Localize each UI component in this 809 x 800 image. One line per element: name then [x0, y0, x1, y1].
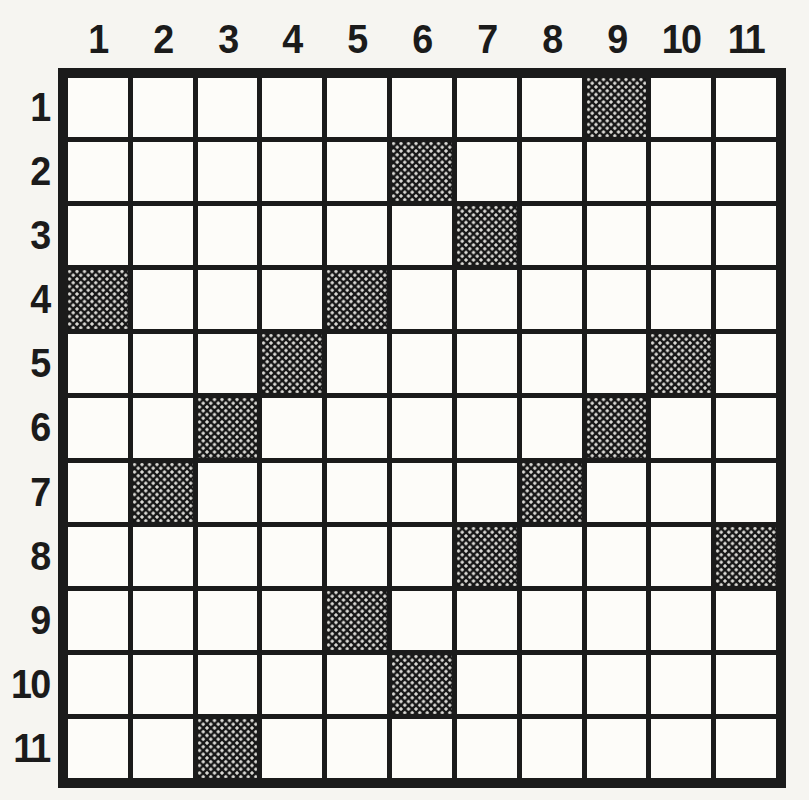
cell-7-3[interactable] [198, 463, 258, 522]
cell-11-6[interactable] [392, 719, 452, 778]
cell-6-9-blocked [587, 398, 647, 457]
cell-3-1[interactable] [68, 206, 128, 265]
cell-11-10[interactable] [651, 719, 711, 778]
row-label-6: 6 [4, 398, 54, 457]
row-label-1: 1 [4, 78, 54, 137]
col-label-1: 1 [70, 0, 125, 64]
board [58, 68, 786, 788]
row-label-11: 11 [4, 719, 54, 778]
cell-1-4[interactable] [262, 78, 322, 137]
cell-2-4[interactable] [262, 142, 322, 201]
cell-2-2[interactable] [133, 142, 193, 201]
cell-4-2[interactable] [133, 270, 193, 329]
cell-2-6-blocked [392, 142, 452, 201]
cell-3-10[interactable] [651, 206, 711, 265]
cell-9-11[interactable] [716, 591, 776, 650]
cell-7-1[interactable] [68, 463, 128, 522]
row-label-8: 8 [4, 527, 54, 586]
cell-4-8[interactable] [522, 270, 582, 329]
cell-9-4[interactable] [262, 591, 322, 650]
column-labels: 1234567891011 [58, 0, 786, 64]
cell-8-9[interactable] [587, 527, 647, 586]
col-label-3: 3 [200, 0, 255, 64]
cell-2-10[interactable] [651, 142, 711, 201]
cell-7-5[interactable] [327, 463, 387, 522]
crossword-grid-diagram: 1234567891011 1234567891011 [0, 0, 809, 800]
cell-1-10[interactable] [651, 78, 711, 137]
cell-1-11[interactable] [716, 78, 776, 137]
row-label-9: 9 [4, 591, 54, 650]
cell-4-5-blocked [327, 270, 387, 329]
cell-9-6[interactable] [392, 591, 452, 650]
cell-8-6[interactable] [392, 527, 452, 586]
cell-9-7[interactable] [457, 591, 517, 650]
row-labels: 1234567891011 [0, 68, 54, 788]
cell-6-4[interactable] [262, 398, 322, 457]
cell-4-11[interactable] [716, 270, 776, 329]
cell-5-11[interactable] [716, 334, 776, 393]
col-label-7: 7 [459, 0, 514, 64]
cell-4-9[interactable] [587, 270, 647, 329]
cell-10-7[interactable] [457, 655, 517, 714]
cell-1-3[interactable] [198, 78, 258, 137]
cell-3-8[interactable] [522, 206, 582, 265]
cell-1-1[interactable] [68, 78, 128, 137]
cell-3-6[interactable] [392, 206, 452, 265]
cell-5-10-blocked [651, 334, 711, 393]
cell-10-8[interactable] [522, 655, 582, 714]
cell-10-5[interactable] [327, 655, 387, 714]
cell-5-8[interactable] [522, 334, 582, 393]
cell-1-7[interactable] [457, 78, 517, 137]
cell-5-3[interactable] [198, 334, 258, 393]
cell-2-8[interactable] [522, 142, 582, 201]
cell-8-8[interactable] [522, 527, 582, 586]
cell-1-8[interactable] [522, 78, 582, 137]
cell-3-11[interactable] [716, 206, 776, 265]
cell-1-6[interactable] [392, 78, 452, 137]
col-label-11: 11 [719, 0, 774, 64]
col-label-5: 5 [330, 0, 385, 64]
cell-8-5[interactable] [327, 527, 387, 586]
col-label-9: 9 [589, 0, 644, 64]
cell-9-10[interactable] [651, 591, 711, 650]
cell-5-1[interactable] [68, 334, 128, 393]
cell-8-1[interactable] [68, 527, 128, 586]
cell-8-3[interactable] [198, 527, 258, 586]
row-label-7: 7 [4, 463, 54, 522]
cell-4-3[interactable] [198, 270, 258, 329]
col-label-10: 10 [654, 0, 709, 64]
cell-8-10[interactable] [651, 527, 711, 586]
cell-11-3-blocked [198, 719, 258, 778]
cell-11-7[interactable] [457, 719, 517, 778]
cell-11-4[interactable] [262, 719, 322, 778]
cell-11-9[interactable] [587, 719, 647, 778]
cell-7-4[interactable] [262, 463, 322, 522]
col-label-8: 8 [524, 0, 579, 64]
cell-10-10[interactable] [651, 655, 711, 714]
cell-7-10[interactable] [651, 463, 711, 522]
col-label-4: 4 [265, 0, 320, 64]
cell-10-9[interactable] [587, 655, 647, 714]
cell-5-7[interactable] [457, 334, 517, 393]
cell-6-1[interactable] [68, 398, 128, 457]
cell-3-9[interactable] [587, 206, 647, 265]
col-label-6: 6 [394, 0, 449, 64]
cell-10-11[interactable] [716, 655, 776, 714]
cell-7-6[interactable] [392, 463, 452, 522]
cell-11-11[interactable] [716, 719, 776, 778]
cell-5-2[interactable] [133, 334, 193, 393]
cell-2-3[interactable] [198, 142, 258, 201]
cell-5-5[interactable] [327, 334, 387, 393]
cell-4-6[interactable] [392, 270, 452, 329]
cell-6-7[interactable] [457, 398, 517, 457]
cell-9-3[interactable] [198, 591, 258, 650]
cell-8-11-blocked [716, 527, 776, 586]
row-label-3: 3 [4, 206, 54, 265]
cell-3-2[interactable] [133, 206, 193, 265]
row-label-2: 2 [4, 142, 54, 201]
cell-11-5[interactable] [327, 719, 387, 778]
row-label-5: 5 [4, 334, 54, 393]
cell-8-2[interactable] [133, 527, 193, 586]
cell-9-9[interactable] [587, 591, 647, 650]
cell-4-1-blocked [68, 270, 128, 329]
row-label-4: 4 [4, 270, 54, 329]
cell-2-1[interactable] [68, 142, 128, 201]
cell-10-4[interactable] [262, 655, 322, 714]
cell-3-4[interactable] [262, 206, 322, 265]
cell-3-3[interactable] [198, 206, 258, 265]
cell-7-2-blocked [133, 463, 193, 522]
cell-9-2[interactable] [133, 591, 193, 650]
cell-4-4[interactable] [262, 270, 322, 329]
cell-4-7[interactable] [457, 270, 517, 329]
cell-8-4[interactable] [262, 527, 322, 586]
cell-7-8-blocked [522, 463, 582, 522]
cell-11-2[interactable] [133, 719, 193, 778]
cell-6-2[interactable] [133, 398, 193, 457]
cell-6-5[interactable] [327, 398, 387, 457]
cell-6-10[interactable] [651, 398, 711, 457]
cell-3-7-blocked [457, 206, 517, 265]
cell-4-10[interactable] [651, 270, 711, 329]
cell-2-7[interactable] [457, 142, 517, 201]
row-label-10: 10 [4, 655, 54, 714]
cell-10-3[interactable] [198, 655, 258, 714]
cell-8-7-blocked [457, 527, 517, 586]
cell-11-8[interactable] [522, 719, 582, 778]
cell-2-9[interactable] [587, 142, 647, 201]
cell-6-11[interactable] [716, 398, 776, 457]
cell-7-7[interactable] [457, 463, 517, 522]
col-label-2: 2 [135, 0, 190, 64]
cell-11-1[interactable] [68, 719, 128, 778]
cell-2-11[interactable] [716, 142, 776, 201]
cell-1-2[interactable] [133, 78, 193, 137]
cell-3-5[interactable] [327, 206, 387, 265]
cell-5-4-blocked [262, 334, 322, 393]
cell-9-8[interactable] [522, 591, 582, 650]
cell-7-9[interactable] [587, 463, 647, 522]
cell-9-5-blocked [327, 591, 387, 650]
cell-2-5[interactable] [327, 142, 387, 201]
cell-9-1[interactable] [68, 591, 128, 650]
cell-1-9-blocked [587, 78, 647, 137]
cell-6-8[interactable] [522, 398, 582, 457]
cell-6-6[interactable] [392, 398, 452, 457]
cell-10-2[interactable] [133, 655, 193, 714]
cell-5-6[interactable] [392, 334, 452, 393]
cell-10-1[interactable] [68, 655, 128, 714]
cell-5-9[interactable] [587, 334, 647, 393]
cell-1-5[interactable] [327, 78, 387, 137]
cell-6-3-blocked [198, 398, 258, 457]
cell-7-11[interactable] [716, 463, 776, 522]
cell-10-6-blocked [392, 655, 452, 714]
